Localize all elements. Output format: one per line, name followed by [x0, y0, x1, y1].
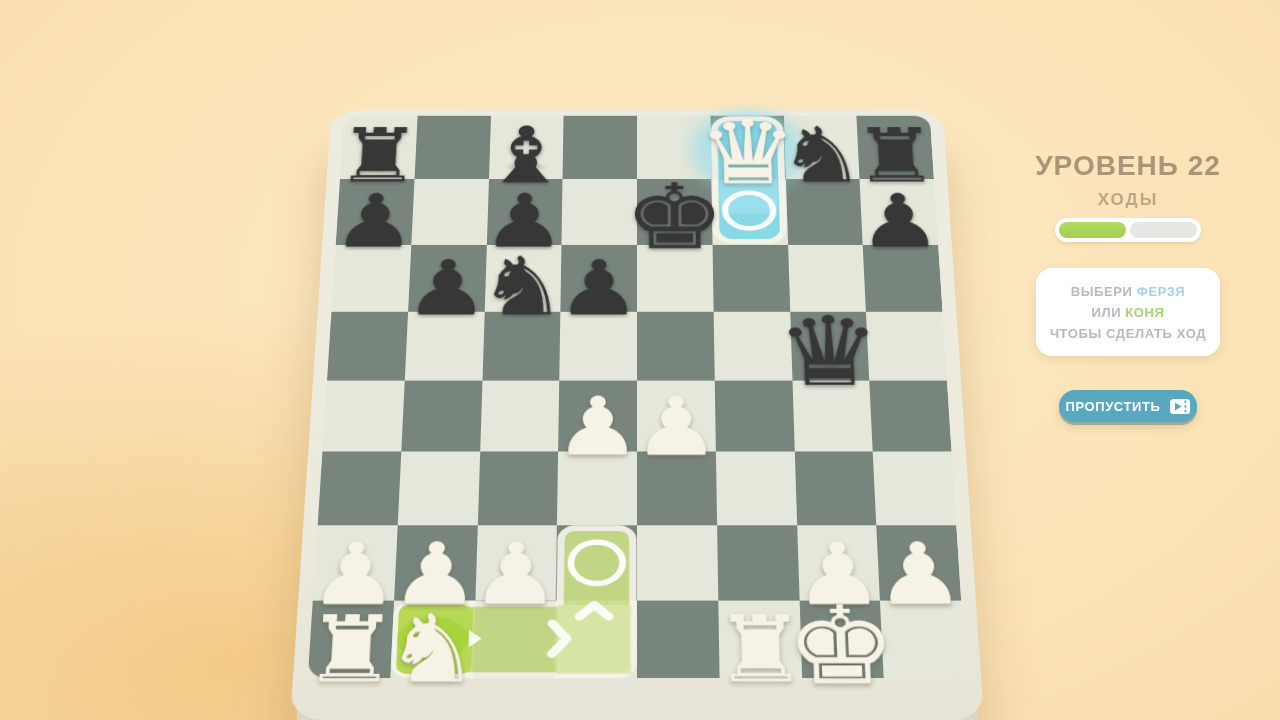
black-pawn-h7[interactable]: ♟ — [851, 185, 947, 242]
skip-button-label: ПРОПУСТИТЬ — [1065, 399, 1160, 414]
instruction-line-2: ИЛИ КОНЯ — [1040, 302, 1216, 323]
black-pawn-b6[interactable]: ♟ — [399, 250, 495, 309]
black-bishop-c8[interactable]: ♝ — [476, 117, 576, 177]
instruction-line-3: ЧТОБЫ СДЕЛАТЬ ХОД — [1040, 323, 1216, 344]
black-rook-h8[interactable]: ♜ — [846, 119, 944, 177]
black-pawn-c7[interactable]: ♟ — [478, 185, 572, 242]
black-pawn-d6[interactable]: ♟ — [552, 250, 646, 309]
black-pawn-a7[interactable]: ♟ — [327, 185, 423, 242]
instruction-line-1: ВЫБЕРИ ФЕРЗЯ — [1040, 281, 1216, 302]
moves-progress-bar — [1055, 218, 1201, 242]
skip-button[interactable]: ПРОПУСТИТЬ — [1059, 390, 1197, 422]
black-rook-a8[interactable]: ♜ — [330, 119, 428, 177]
moves-label: ХОДЫ — [1030, 190, 1226, 210]
board-frame: ♜♝♛♞♜♟♟♚♟♟♞♟♛♟♟♟♟♟♟♟♜♞♜♚ — [290, 110, 984, 720]
sidebar: УРОВЕНЬ 22 ХОДЫ ВЫБЕРИ ФЕРЗЯ ИЛИ КОНЯ ЧТ… — [1030, 150, 1226, 422]
queen-word: ФЕРЗЯ — [1137, 284, 1185, 299]
black-queen-g5[interactable]: ♛ — [770, 304, 890, 379]
film-play-icon — [1169, 398, 1191, 415]
chess-board-area: ♜♝♛♞♜♟♟♚♟♟♞♟♛♟♟♟♟♟♟♟♜♞♜♚ — [292, 0, 982, 710]
level-title: УРОВЕНЬ 22 — [1030, 150, 1226, 182]
progress-segment-empty — [1130, 222, 1197, 238]
instruction-card: ВЫБЕРИ ФЕРЗЯ ИЛИ КОНЯ ЧТОБЫ СДЕЛАТЬ ХОД — [1036, 268, 1220, 356]
knight-move-highlight[interactable] — [394, 528, 632, 675]
black-king-e7[interactable]: ♚ — [618, 172, 732, 242]
knight-word: КОНЯ — [1125, 305, 1164, 320]
progress-segment-filled — [1059, 222, 1126, 238]
